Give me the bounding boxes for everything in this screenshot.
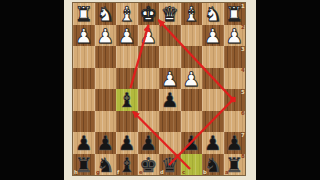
black-pawn-icon: ♟ [73, 132, 95, 154]
white-pawn-icon: ♟ [181, 68, 203, 90]
square-b3[interactable] [202, 46, 224, 68]
square-c2[interactable] [181, 25, 203, 47]
square-c1[interactable]: ♝ [181, 3, 203, 25]
square-d6[interactable] [159, 111, 181, 133]
square-a5[interactable]: 5 [224, 89, 246, 111]
square-g4[interactable] [95, 68, 117, 90]
white-bishop-icon: ♝ [116, 3, 138, 25]
square-h5[interactable] [73, 89, 95, 111]
square-a1[interactable]: ♜1 [224, 3, 246, 25]
white-pawn-icon: ♟ [159, 68, 181, 90]
board-area: ♜♞♝♚♛♝♞♜1♟♟♟♟♟♟23♟♟4♝♟56♟♟♟♟♟♟♟7♜h♞g♝f♚e… [64, 0, 256, 180]
square-f5[interactable]: ♝ [116, 89, 138, 111]
rank-label-3: 3 [241, 47, 245, 52]
white-bishop-icon: ♝ [181, 3, 203, 25]
file-label-e: e [139, 169, 143, 174]
rank-label-4: 4 [241, 68, 245, 73]
square-h3[interactable] [73, 46, 95, 68]
rank-label-8: 8 [241, 154, 245, 159]
square-f8[interactable]: ♝f [116, 154, 138, 176]
square-h1[interactable]: ♜ [73, 3, 95, 25]
file-label-c: c [182, 169, 185, 174]
white-knight-icon: ♞ [95, 3, 117, 25]
square-e8[interactable]: ♚e [138, 154, 160, 176]
square-e4[interactable] [138, 68, 160, 90]
black-pawn-icon: ♟ [138, 132, 160, 154]
rank-label-7: 7 [241, 133, 245, 138]
square-e2[interactable]: ♟ [138, 25, 160, 47]
square-b6[interactable] [202, 111, 224, 133]
black-pawn-icon: ♟ [116, 132, 138, 154]
black-pawn-icon: ♟ [202, 132, 224, 154]
square-a7[interactable]: ♟7 [224, 132, 246, 154]
square-c5[interactable] [181, 89, 203, 111]
black-pawn-icon: ♟ [181, 132, 203, 154]
rank-label-5: 5 [241, 90, 245, 95]
file-label-f: f [117, 169, 119, 174]
square-a2[interactable]: ♟2 [224, 25, 246, 47]
white-pawn-icon: ♟ [73, 25, 95, 47]
file-label-b: b [203, 169, 207, 174]
square-a4[interactable]: 4 [224, 68, 246, 90]
square-a6[interactable]: 6 [224, 111, 246, 133]
square-b4[interactable] [202, 68, 224, 90]
square-g6[interactable] [95, 111, 117, 133]
white-king-icon: ♚ [138, 3, 160, 25]
letterbox-left [0, 0, 64, 180]
square-e5[interactable] [138, 89, 160, 111]
square-b7[interactable]: ♟ [202, 132, 224, 154]
black-pawn-icon: ♟ [159, 89, 181, 111]
square-d2[interactable] [159, 25, 181, 47]
square-b1[interactable]: ♞ [202, 3, 224, 25]
square-e1[interactable]: ♚ [138, 3, 160, 25]
file-label-a: a [225, 169, 229, 174]
square-g7[interactable]: ♟ [95, 132, 117, 154]
square-c6[interactable] [181, 111, 203, 133]
square-e6[interactable] [138, 111, 160, 133]
square-f7[interactable]: ♟ [116, 132, 138, 154]
square-h7[interactable]: ♟ [73, 132, 95, 154]
chess-board: ♜♞♝♚♛♝♞♜1♟♟♟♟♟♟23♟♟4♝♟56♟♟♟♟♟♟♟7♜h♞g♝f♚e… [72, 2, 246, 176]
rank-label-6: 6 [241, 111, 245, 116]
white-queen-icon: ♛ [159, 3, 181, 25]
square-f1[interactable]: ♝ [116, 3, 138, 25]
square-b2[interactable]: ♟ [202, 25, 224, 47]
square-a3[interactable]: 3 [224, 46, 246, 68]
square-g2[interactable]: ♟ [95, 25, 117, 47]
square-f4[interactable] [116, 68, 138, 90]
file-label-h: h [74, 169, 78, 174]
white-pawn-icon: ♟ [95, 25, 117, 47]
square-h6[interactable] [73, 111, 95, 133]
rank-label-1: 1 [241, 4, 245, 9]
file-label-g: g [96, 169, 100, 174]
white-pawn-icon: ♟ [138, 25, 160, 47]
square-f2[interactable]: ♟ [116, 25, 138, 47]
square-f6[interactable] [116, 111, 138, 133]
square-d8[interactable]: ♛d [159, 154, 181, 176]
letterbox-right [256, 0, 320, 180]
square-e3[interactable] [138, 46, 160, 68]
white-pawn-icon: ♟ [202, 25, 224, 47]
video-frame: ♜♞♝♚♛♝♞♜1♟♟♟♟♟♟23♟♟4♝♟56♟♟♟♟♟♟♟7♜h♞g♝f♚e… [0, 0, 320, 180]
file-label-d: d [160, 169, 164, 174]
square-d7[interactable] [159, 132, 181, 154]
square-c7[interactable]: ♟ [181, 132, 203, 154]
square-g5[interactable] [95, 89, 117, 111]
square-e7[interactable]: ♟ [138, 132, 160, 154]
black-pawn-icon: ♟ [95, 132, 117, 154]
square-d5[interactable]: ♟ [159, 89, 181, 111]
square-g8[interactable]: ♞g [95, 154, 117, 176]
square-d4[interactable]: ♟ [159, 68, 181, 90]
square-a8[interactable]: ♜8a [224, 154, 246, 176]
square-d1[interactable]: ♛ [159, 3, 181, 25]
white-rook-icon: ♜ [73, 3, 95, 25]
square-h4[interactable] [73, 68, 95, 90]
square-b8[interactable]: ♞b [202, 154, 224, 176]
square-c3[interactable] [181, 46, 203, 68]
square-g1[interactable]: ♞ [95, 3, 117, 25]
rank-label-2: 2 [241, 25, 245, 30]
black-bishop-icon: ♝ [116, 89, 138, 111]
square-c8[interactable]: c [181, 154, 203, 176]
square-d3[interactable] [159, 46, 181, 68]
square-b5[interactable] [202, 89, 224, 111]
square-f3[interactable] [116, 46, 138, 68]
square-h8[interactable]: ♜h [73, 154, 95, 176]
white-pawn-icon: ♟ [116, 25, 138, 47]
square-c4[interactable]: ♟ [181, 68, 203, 90]
square-g3[interactable] [95, 46, 117, 68]
square-h2[interactable]: ♟ [73, 25, 95, 47]
white-knight-icon: ♞ [202, 3, 224, 25]
